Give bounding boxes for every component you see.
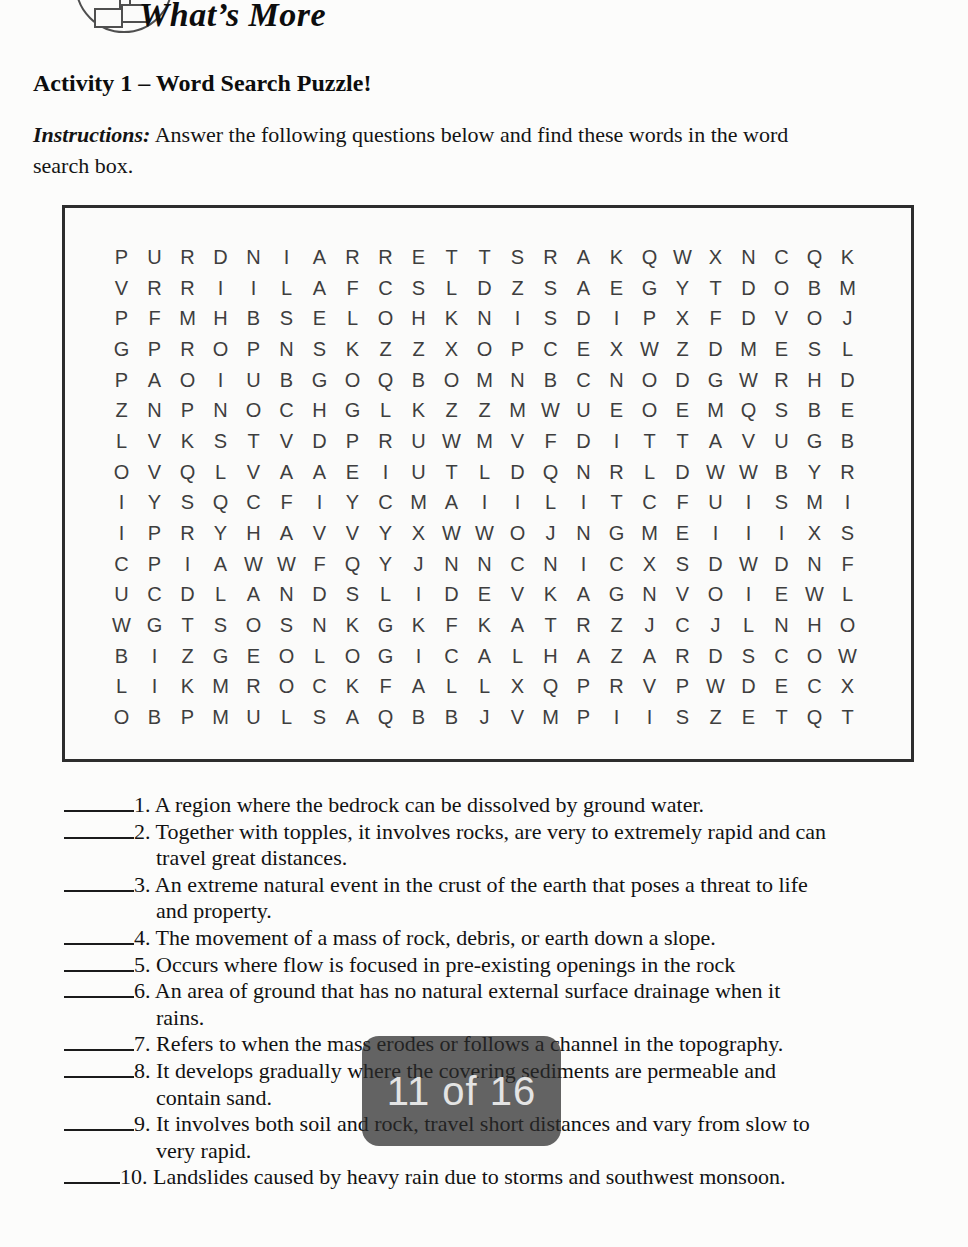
grid-cell: C — [666, 610, 699, 641]
grid-cell: C — [765, 242, 798, 273]
grid-cell: L — [468, 672, 501, 703]
grid-cell: F — [336, 273, 369, 304]
grid-cell: F — [699, 303, 732, 334]
grid-cell: T — [699, 273, 732, 304]
question-text: Landslides caused by heavy rain due to s… — [148, 1164, 786, 1189]
grid-cell: W — [237, 549, 270, 580]
grid-cell: O — [237, 395, 270, 426]
grid-cell: R — [534, 242, 567, 273]
grid-cell: I — [105, 488, 138, 519]
grid-cell: Y — [336, 488, 369, 519]
grid-cell: R — [666, 641, 699, 672]
grid-cell: W — [699, 672, 732, 703]
grid-cell: O — [435, 365, 468, 396]
grid-cell: W — [732, 457, 765, 488]
grid-cell: O — [204, 334, 237, 365]
grid-cell: F — [666, 488, 699, 519]
grid-cell: I — [402, 580, 435, 611]
grid-cell: N — [270, 334, 303, 365]
grid-cell: I — [468, 488, 501, 519]
grid-cell: Q — [732, 395, 765, 426]
grid-cell: R — [336, 242, 369, 273]
grid-cell: I — [567, 549, 600, 580]
grid-cell: A — [567, 641, 600, 672]
grid-cell: I — [732, 518, 765, 549]
grid-cell: V — [666, 580, 699, 611]
grid-cell: H — [303, 395, 336, 426]
grid-cell: I — [732, 580, 765, 611]
grid-cell: O — [798, 641, 831, 672]
grid-cell: N — [765, 610, 798, 641]
grid-cell: F — [534, 426, 567, 457]
grid-cell: E — [600, 273, 633, 304]
grid-cell: O — [171, 365, 204, 396]
grid-cell: I — [831, 488, 864, 519]
grid-cell: L — [831, 334, 864, 365]
grid-cell: K — [468, 610, 501, 641]
grid-cell: C — [237, 488, 270, 519]
grid-cell: B — [765, 457, 798, 488]
grid-cell: R — [171, 273, 204, 304]
grid-cell: W — [270, 549, 303, 580]
grid-cell: B — [798, 273, 831, 304]
grid-cell: J — [468, 702, 501, 733]
grid-cell: C — [369, 273, 402, 304]
page-indicator-text: 11 of 16 — [387, 1069, 537, 1114]
grid-cell: C — [303, 672, 336, 703]
grid-cell: M — [732, 334, 765, 365]
grid-cell: W — [435, 518, 468, 549]
question-item: 3. An extreme natural event in the crust… — [32, 872, 960, 925]
grid-cell: A — [204, 549, 237, 580]
grid-cell: H — [534, 641, 567, 672]
grid-cell: D — [831, 365, 864, 396]
grid-cell: L — [501, 641, 534, 672]
grid-cell: W — [699, 457, 732, 488]
grid-cell: F — [270, 488, 303, 519]
grid-cell: I — [600, 426, 633, 457]
grid-cell: J — [633, 610, 666, 641]
grid-cell: D — [435, 580, 468, 611]
question-number: 7. — [134, 1031, 151, 1056]
grid-cell: R — [600, 672, 633, 703]
grid-cell: F — [435, 610, 468, 641]
instructions: Instructions: Answer the following quest… — [33, 119, 961, 181]
answer-blank — [64, 1049, 134, 1051]
grid-cell: H — [798, 610, 831, 641]
grid-cell: M — [534, 702, 567, 733]
grid-cell: C — [765, 641, 798, 672]
grid-cell: Z — [699, 702, 732, 733]
grid-cell: Q — [534, 672, 567, 703]
grid-cell: Z — [435, 395, 468, 426]
grid-cell: E — [468, 580, 501, 611]
grid-cell: W — [666, 242, 699, 273]
grid-cell: E — [402, 242, 435, 273]
grid-cell: Z — [369, 334, 402, 365]
grid-cell: L — [105, 426, 138, 457]
question-number: 5. — [134, 952, 151, 977]
grid-cell: K — [831, 242, 864, 273]
grid-cell: U — [237, 702, 270, 733]
grid-cell: D — [765, 549, 798, 580]
answer-blank — [64, 943, 134, 945]
grid-cell: I — [138, 672, 171, 703]
grid-cell: N — [237, 242, 270, 273]
grid-cell: O — [699, 580, 732, 611]
grid-cell: X — [666, 303, 699, 334]
grid-cell: W — [468, 518, 501, 549]
grid-cell: U — [402, 457, 435, 488]
grid-cell: O — [765, 273, 798, 304]
question-text: The movement of a mass of rock, debris, … — [151, 925, 716, 950]
grid-cell: S — [303, 702, 336, 733]
grid-cell: U — [237, 365, 270, 396]
grid-cell: X — [699, 242, 732, 273]
grid-cell: Y — [204, 518, 237, 549]
grid-cell: O — [270, 641, 303, 672]
grid-cell: D — [699, 641, 732, 672]
grid-cell: D — [699, 334, 732, 365]
grid-cell: N — [534, 549, 567, 580]
grid-cell: G — [798, 426, 831, 457]
grid-cell: E — [732, 702, 765, 733]
grid-cell: S — [303, 334, 336, 365]
grid-cell: S — [831, 518, 864, 549]
grid-cell: C — [369, 488, 402, 519]
grid-cell: D — [171, 580, 204, 611]
grid-cell: A — [567, 242, 600, 273]
grid-cell: R — [171, 334, 204, 365]
grid-cell: S — [204, 610, 237, 641]
grid-cell: M — [468, 365, 501, 396]
grid-cell: E — [303, 303, 336, 334]
grid-cell: V — [270, 426, 303, 457]
grid-cell: D — [732, 303, 765, 334]
grid-cell: L — [204, 580, 237, 611]
grid-cell: R — [171, 242, 204, 273]
grid-cell: Y — [369, 549, 402, 580]
grid-cell: L — [534, 488, 567, 519]
grid-cell: W — [831, 641, 864, 672]
grid-cell: T — [534, 610, 567, 641]
grid-cell: X — [402, 518, 435, 549]
grid-cell: L — [270, 273, 303, 304]
grid-cell: N — [567, 457, 600, 488]
grid-cell: M — [204, 702, 237, 733]
grid-cell: S — [765, 488, 798, 519]
grid-cell: C — [435, 641, 468, 672]
grid-cell: L — [468, 457, 501, 488]
grid-cell: U — [402, 426, 435, 457]
grid-cell: S — [765, 395, 798, 426]
grid-cell: C — [270, 395, 303, 426]
grid-cell: A — [567, 580, 600, 611]
grid-cell: G — [369, 641, 402, 672]
grid-cell: R — [831, 457, 864, 488]
grid-cell: E — [666, 395, 699, 426]
grid-cell: R — [138, 273, 171, 304]
grid-cell: U — [699, 488, 732, 519]
grid-cell: S — [204, 426, 237, 457]
grid-cell: H — [204, 303, 237, 334]
grid-cell: F — [303, 549, 336, 580]
question-item: 4. The movement of a mass of rock, debri… — [32, 925, 960, 952]
grid-cell: Q — [336, 549, 369, 580]
grid-cell: L — [204, 457, 237, 488]
grid-cell: P — [105, 303, 138, 334]
grid-cell: S — [270, 303, 303, 334]
grid-cell: T — [237, 426, 270, 457]
grid-cell: P — [105, 242, 138, 273]
grid-cell: D — [666, 457, 699, 488]
grid-cell: S — [534, 273, 567, 304]
grid-cell: A — [468, 641, 501, 672]
question-number: 4. — [134, 925, 151, 950]
grid-cell: O — [336, 641, 369, 672]
question-number: 8. — [134, 1058, 151, 1083]
grid-cell: K — [534, 580, 567, 611]
grid-cell: Y — [369, 518, 402, 549]
grid-cell: D — [732, 273, 765, 304]
grid-cell: L — [435, 273, 468, 304]
grid-cell: N — [270, 580, 303, 611]
grid-cell: G — [600, 518, 633, 549]
grid-cell: V — [732, 426, 765, 457]
grid-cell: W — [435, 426, 468, 457]
grid-cell: R — [567, 610, 600, 641]
grid-cell: U — [105, 580, 138, 611]
grid-cell: P — [171, 702, 204, 733]
question-number: 2. — [134, 819, 151, 844]
grid-cell: X — [831, 672, 864, 703]
grid-cell: I — [501, 303, 534, 334]
grid-cell: N — [138, 395, 171, 426]
grid-cell: K — [336, 334, 369, 365]
grid-cell: K — [600, 242, 633, 273]
grid-cell: P — [171, 395, 204, 426]
grid-cell: P — [633, 303, 666, 334]
grid-cell: L — [831, 580, 864, 611]
grid-cell: T — [171, 610, 204, 641]
grid-cell: A — [402, 672, 435, 703]
grid-cell: Y — [666, 273, 699, 304]
grid-cell: D — [204, 242, 237, 273]
grid-cell: V — [303, 518, 336, 549]
question-number: 3. — [134, 872, 151, 897]
grid-cell: K — [402, 610, 435, 641]
grid-cell: I — [171, 549, 204, 580]
grid-cell: K — [336, 610, 369, 641]
grid-cell: E — [831, 395, 864, 426]
grid-cell: I — [369, 457, 402, 488]
grid-cell: R — [369, 426, 402, 457]
grid-cell: M — [798, 488, 831, 519]
answer-blank — [64, 1076, 134, 1078]
grid-cell: L — [369, 395, 402, 426]
grid-cell: R — [237, 672, 270, 703]
grid-cell: A — [237, 580, 270, 611]
grid-cell: G — [699, 365, 732, 396]
grid-cell: W — [798, 580, 831, 611]
answer-blank — [64, 1182, 120, 1184]
grid-cell: Y — [798, 457, 831, 488]
grid-cell: Q — [369, 702, 402, 733]
grid-cell: S — [171, 488, 204, 519]
grid-cell: T — [435, 242, 468, 273]
grid-cell: M — [831, 273, 864, 304]
question-number: 10. — [120, 1164, 148, 1189]
grid-cell: Y — [138, 488, 171, 519]
grid-cell: L — [303, 641, 336, 672]
grid-cell: W — [633, 334, 666, 365]
grid-cell: K — [402, 395, 435, 426]
grid-cell: N — [732, 242, 765, 273]
grid-cell: A — [303, 457, 336, 488]
grid-cell: P — [105, 365, 138, 396]
grid-cell: C — [105, 549, 138, 580]
grid-cell: D — [666, 365, 699, 396]
question-text: An extreme natural event in the crust of… — [151, 872, 808, 924]
answer-blank — [64, 996, 134, 998]
grid-cell: I — [633, 702, 666, 733]
grid-cell: A — [567, 273, 600, 304]
grid-cell: M — [468, 426, 501, 457]
grid-cell: Z — [171, 641, 204, 672]
grid-cell: V — [138, 457, 171, 488]
grid-cell: Z — [105, 395, 138, 426]
grid-cell: R — [369, 242, 402, 273]
grid-cell: A — [270, 457, 303, 488]
question-text: An area of ground that has no natural ex… — [151, 978, 781, 1030]
instructions-label: Instructions: — [33, 122, 150, 147]
grid-cell: A — [435, 488, 468, 519]
grid-cell: E — [765, 334, 798, 365]
grid-cell: C — [567, 365, 600, 396]
grid-cell: G — [204, 641, 237, 672]
grid-cell: Z — [501, 273, 534, 304]
grid-cell: J — [699, 610, 732, 641]
grid-cell: O — [633, 365, 666, 396]
grid-cell: A — [501, 610, 534, 641]
grid-cell: Z — [600, 641, 633, 672]
grid-cell: I — [732, 488, 765, 519]
grid-cell: D — [567, 303, 600, 334]
grid-cell: O — [468, 334, 501, 365]
page-indicator-badge: 11 of 16 — [362, 1036, 561, 1146]
grid-cell: D — [303, 426, 336, 457]
grid-cell: V — [336, 518, 369, 549]
grid-cell: L — [270, 702, 303, 733]
grid-cell: V — [765, 303, 798, 334]
grid-cell: F — [369, 672, 402, 703]
grid-cell: P — [336, 426, 369, 457]
grid-cell: O — [501, 518, 534, 549]
grid-cell: T — [666, 426, 699, 457]
grid-cell: T — [435, 457, 468, 488]
grid-cell: B — [138, 702, 171, 733]
grid-cell: E — [237, 641, 270, 672]
grid-cell: B — [237, 303, 270, 334]
grid-cell: I — [138, 641, 171, 672]
grid-cell: K — [336, 672, 369, 703]
grid-cell: V — [105, 273, 138, 304]
grid-cell: L — [369, 580, 402, 611]
grid-cell: I — [237, 273, 270, 304]
grid-cell: S — [666, 549, 699, 580]
activity-title: Activity 1 – Word Search Puzzle! — [33, 67, 371, 99]
grid-cell: P — [138, 518, 171, 549]
question-item: 6. An area of ground that has no natural… — [32, 978, 960, 1031]
grid-cell: L — [633, 457, 666, 488]
grid-cell: B — [105, 641, 138, 672]
grid-cell: E — [765, 672, 798, 703]
grid-cell: N — [468, 549, 501, 580]
grid-cell: A — [270, 518, 303, 549]
grid-cell: D — [303, 580, 336, 611]
grid-cell: P — [138, 549, 171, 580]
grid-cell: M — [633, 518, 666, 549]
section-title: What’s More — [139, 0, 326, 37]
grid-cell: P — [138, 334, 171, 365]
grid-cell: C — [138, 580, 171, 611]
grid-cell: W — [534, 395, 567, 426]
answer-blank — [64, 810, 134, 812]
grid-cell: N — [501, 365, 534, 396]
grid-cell: O — [105, 702, 138, 733]
grid-cell: X — [600, 334, 633, 365]
grid-cell: D — [732, 672, 765, 703]
grid-cell: N — [633, 580, 666, 611]
grid-cell: N — [600, 365, 633, 396]
answer-blank — [64, 970, 134, 972]
question-text: A region where the bedrock can be dissol… — [151, 792, 705, 817]
grid-cell: C — [501, 549, 534, 580]
question-text: Occurs where flow is focused in pre-exis… — [151, 952, 736, 977]
grid-cell: T — [831, 702, 864, 733]
grid-cell: F — [138, 303, 171, 334]
grid-cell: I — [402, 641, 435, 672]
grid-cell: U — [138, 242, 171, 273]
grid-cell: T — [633, 426, 666, 457]
grid-cell: L — [435, 672, 468, 703]
grid-cell: N — [435, 549, 468, 580]
grid-cell: H — [237, 518, 270, 549]
question-number: 9. — [134, 1111, 151, 1136]
grid-cell: N — [468, 303, 501, 334]
grid-cell: O — [270, 672, 303, 703]
grid-cell: G — [600, 580, 633, 611]
grid-cell: I — [303, 488, 336, 519]
grid-cell: P — [567, 672, 600, 703]
grid-cell: T — [765, 702, 798, 733]
grid-cell: Q — [798, 702, 831, 733]
grid-cell: Q — [534, 457, 567, 488]
grid-cell: C — [798, 672, 831, 703]
grid-cell: Q — [171, 457, 204, 488]
grid-cell: G — [138, 610, 171, 641]
grid-cell: L — [336, 303, 369, 334]
grid-cell: B — [831, 426, 864, 457]
grid-cell: O — [798, 303, 831, 334]
grid-cell: B — [402, 702, 435, 733]
grid-cell: E — [666, 518, 699, 549]
grid-cell: V — [501, 580, 534, 611]
grid-cell: A — [138, 365, 171, 396]
grid-cell: S — [732, 641, 765, 672]
question-item: 1. A region where the bedrock can be dis… — [32, 792, 960, 819]
grid-cell: N — [567, 518, 600, 549]
